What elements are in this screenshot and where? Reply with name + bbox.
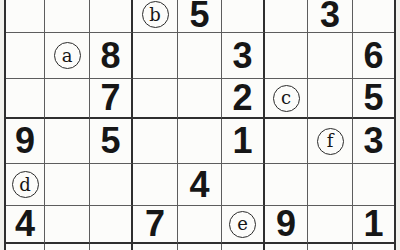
given-digit: 4 bbox=[189, 167, 209, 203]
sudoku-cell-r7c9[interactable] bbox=[353, 244, 394, 250]
circled-letter-f: f bbox=[317, 128, 344, 155]
sudoku-cell-r3c4[interactable] bbox=[133, 79, 178, 119]
sudoku-cell-r4c7[interactable] bbox=[265, 119, 308, 164]
sudoku-cell-r7c5[interactable] bbox=[178, 244, 222, 250]
sudoku-cell-r5c3[interactable] bbox=[90, 164, 133, 206]
given-digit: 5 bbox=[363, 80, 383, 116]
sudoku-cell-r3c2[interactable] bbox=[45, 79, 90, 119]
sudoku-cell-r4c9: 3 bbox=[353, 119, 394, 164]
given-digit: 9 bbox=[276, 206, 296, 242]
sudoku-cell-r1c4: b bbox=[133, 0, 178, 33]
circled-letter-b: b bbox=[142, 1, 169, 28]
sudoku-cell-r2c7[interactable] bbox=[265, 33, 308, 79]
given-digit: 5 bbox=[189, 0, 209, 33]
sudoku-cell-r1c2[interactable] bbox=[45, 0, 90, 33]
sudoku-cell-r2c9: 6 bbox=[353, 33, 394, 79]
given-digit: 3 bbox=[320, 0, 340, 33]
given-digit: 3 bbox=[232, 38, 252, 74]
sudoku-cell-r5c9[interactable] bbox=[353, 164, 394, 206]
sudoku-cell-r7c6[interactable] bbox=[222, 244, 265, 250]
sudoku-cell-r4c8: f bbox=[308, 119, 353, 164]
sudoku-cell-r4c1: 9 bbox=[6, 119, 45, 164]
given-digit: 5 bbox=[100, 123, 120, 159]
sudoku-cell-r3c5[interactable] bbox=[178, 79, 222, 119]
sudoku-cell-r3c7: c bbox=[265, 79, 308, 119]
sudoku-cell-r6c2[interactable] bbox=[45, 206, 90, 244]
sudoku-cell-r2c1[interactable] bbox=[6, 33, 45, 79]
circled-letter-a: a bbox=[54, 42, 81, 69]
circled-letter-d: d bbox=[12, 171, 39, 198]
sudoku-cell-r6c4: 7 bbox=[133, 206, 178, 244]
sudoku-cell-r5c6[interactable] bbox=[222, 164, 265, 206]
given-digit: 3 bbox=[363, 123, 383, 159]
sudoku-cell-r2c2: a bbox=[45, 33, 90, 79]
sudoku-cell-r7c3[interactable] bbox=[90, 244, 133, 250]
sudoku-cell-r5c5: 4 bbox=[178, 164, 222, 206]
given-digit: 8 bbox=[100, 38, 120, 74]
sudoku-cell-r5c1: d bbox=[6, 164, 45, 206]
sudoku-cell-r7c8[interactable] bbox=[308, 244, 353, 250]
given-digit: 4 bbox=[15, 206, 35, 242]
sudoku-cell-r5c2[interactable] bbox=[45, 164, 90, 206]
given-digit: 1 bbox=[363, 206, 383, 242]
sudoku-cell-r3c3: 7 bbox=[90, 79, 133, 119]
sudoku-cell-r2c6: 3 bbox=[222, 33, 265, 79]
sudoku-cell-r3c8[interactable] bbox=[308, 79, 353, 119]
sudoku-cell-r2c3: 8 bbox=[90, 33, 133, 79]
sudoku-cell-r7c1[interactable] bbox=[6, 244, 45, 250]
sudoku-cell-r6c7: 9 bbox=[265, 206, 308, 244]
given-digit: 7 bbox=[145, 206, 165, 242]
circled-letter-e: e bbox=[229, 211, 256, 238]
sudoku-cell-r1c8: 3 bbox=[308, 0, 353, 33]
sudoku-cell-r2c4[interactable] bbox=[133, 33, 178, 79]
circled-letter-c: c bbox=[273, 85, 300, 112]
sudoku-cell-r3c9: 5 bbox=[353, 79, 394, 119]
given-digit: 2 bbox=[232, 80, 252, 116]
sudoku-cell-r5c8[interactable] bbox=[308, 164, 353, 206]
sudoku-cell-r4c3: 5 bbox=[90, 119, 133, 164]
sudoku-cell-r3c6: 2 bbox=[222, 79, 265, 119]
sudoku-cell-r6c1: 4 bbox=[6, 206, 45, 244]
sudoku-cell-r6c9: 1 bbox=[353, 206, 394, 244]
sudoku-cell-r3c1[interactable] bbox=[6, 79, 45, 119]
sudoku-cell-r1c7[interactable] bbox=[265, 0, 308, 33]
given-digit: 9 bbox=[15, 123, 35, 159]
sudoku-cell-r6c8[interactable] bbox=[308, 206, 353, 244]
sudoku-cell-r1c9[interactable] bbox=[353, 0, 394, 33]
sudoku-cell-r1c1[interactable] bbox=[6, 0, 45, 33]
sudoku-cell-r7c2[interactable] bbox=[45, 244, 90, 250]
sudoku-cell-r2c5[interactable] bbox=[178, 33, 222, 79]
sudoku-cell-r5c7[interactable] bbox=[265, 164, 308, 206]
sudoku-cell-r7c4[interactable] bbox=[133, 244, 178, 250]
sudoku-cell-r6c6: e bbox=[222, 206, 265, 244]
sudoku-cell-r4c5[interactable] bbox=[178, 119, 222, 164]
sudoku-cell-r2c8[interactable] bbox=[308, 33, 353, 79]
sudoku-cell-r7c7[interactable] bbox=[265, 244, 308, 250]
given-digit: 6 bbox=[363, 38, 383, 74]
sudoku-cell-r6c3[interactable] bbox=[90, 206, 133, 244]
sudoku-cell-r1c5: 5 bbox=[178, 0, 222, 33]
sudoku-cell-r5c4[interactable] bbox=[133, 164, 178, 206]
sudoku-cell-r1c3[interactable] bbox=[90, 0, 133, 33]
given-digit: 7 bbox=[100, 80, 120, 116]
sudoku-cell-r4c2[interactable] bbox=[45, 119, 90, 164]
sudoku-cell-r1c6[interactable] bbox=[222, 0, 265, 33]
given-digit: 1 bbox=[232, 123, 252, 159]
sudoku-cell-r6c5[interactable] bbox=[178, 206, 222, 244]
sudoku-cell-r4c4[interactable] bbox=[133, 119, 178, 164]
sudoku-grid: b53a83672c5951f3d447e91 bbox=[4, 0, 396, 250]
sudoku-cell-r4c6: 1 bbox=[222, 119, 265, 164]
